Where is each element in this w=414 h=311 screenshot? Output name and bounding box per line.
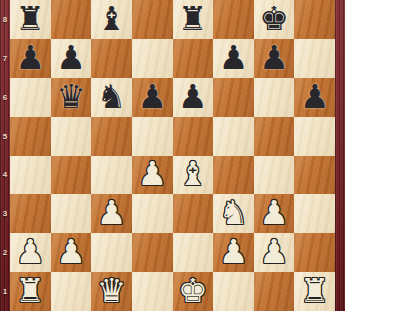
square-c6[interactable]: ♞ (91, 78, 132, 117)
white-rook[interactable]: ♜ (300, 274, 330, 307)
rank-label-4: 4 (0, 156, 10, 195)
square-h2[interactable] (294, 233, 335, 272)
white-pawn[interactable]: ♟ (137, 157, 167, 190)
rank-label-8: 8 (0, 0, 10, 39)
chess-app-canvas: 87654321 ♜♝♜♚♟♟♟♟♛♞♟♟♟♟♝♟♞♟♟♟♟♟♜♛♚♜ (0, 0, 414, 311)
square-e1[interactable]: ♚ (173, 272, 214, 311)
square-h5[interactable] (294, 117, 335, 156)
white-pawn[interactable]: ♟ (56, 235, 86, 268)
square-h8[interactable] (294, 0, 335, 39)
square-g2[interactable]: ♟ (254, 233, 295, 272)
black-pawn[interactable]: ♟ (300, 80, 330, 113)
square-f8[interactable] (213, 0, 254, 39)
square-b5[interactable] (51, 117, 92, 156)
white-knight[interactable]: ♞ (219, 196, 249, 229)
square-g3[interactable]: ♟ (254, 194, 295, 233)
square-f5[interactable] (213, 117, 254, 156)
square-c2[interactable] (91, 233, 132, 272)
black-bishop[interactable]: ♝ (97, 2, 127, 35)
white-rook[interactable]: ♜ (16, 274, 46, 307)
white-pawn[interactable]: ♟ (259, 235, 289, 268)
black-rook[interactable]: ♜ (178, 2, 208, 35)
square-b3[interactable] (51, 194, 92, 233)
square-b6[interactable]: ♛ (51, 78, 92, 117)
square-f3[interactable]: ♞ (213, 194, 254, 233)
black-pawn[interactable]: ♟ (16, 41, 46, 74)
chess-board: ♜♝♜♚♟♟♟♟♛♞♟♟♟♟♝♟♞♟♟♟♟♟♜♛♚♜ (10, 0, 335, 311)
square-b7[interactable]: ♟ (51, 39, 92, 78)
black-pawn[interactable]: ♟ (178, 80, 208, 113)
black-pawn[interactable]: ♟ (56, 41, 86, 74)
square-f6[interactable] (213, 78, 254, 117)
square-a6[interactable] (10, 78, 51, 117)
square-d6[interactable]: ♟ (132, 78, 173, 117)
rank-label-3: 3 (0, 194, 10, 233)
square-g1[interactable] (254, 272, 295, 311)
square-c8[interactable]: ♝ (91, 0, 132, 39)
square-b2[interactable]: ♟ (51, 233, 92, 272)
white-pawn[interactable]: ♟ (259, 196, 289, 229)
square-e7[interactable] (173, 39, 214, 78)
square-d4[interactable]: ♟ (132, 156, 173, 195)
square-d7[interactable] (132, 39, 173, 78)
black-queen[interactable]: ♛ (56, 80, 86, 113)
black-pawn[interactable]: ♟ (137, 80, 167, 113)
black-pawn[interactable]: ♟ (219, 41, 249, 74)
rank-label-6: 6 (0, 78, 10, 117)
white-pawn[interactable]: ♟ (16, 235, 46, 268)
black-pawn[interactable]: ♟ (259, 41, 289, 74)
square-b4[interactable] (51, 156, 92, 195)
square-c3[interactable]: ♟ (91, 194, 132, 233)
square-h1[interactable]: ♜ (294, 272, 335, 311)
square-e6[interactable]: ♟ (173, 78, 214, 117)
square-a3[interactable] (10, 194, 51, 233)
square-f4[interactable] (213, 156, 254, 195)
square-b8[interactable] (51, 0, 92, 39)
square-b1[interactable] (51, 272, 92, 311)
square-c7[interactable] (91, 39, 132, 78)
empty-side-panel (345, 0, 414, 311)
black-king[interactable]: ♚ (259, 2, 289, 35)
square-e5[interactable] (173, 117, 214, 156)
square-e4[interactable]: ♝ (173, 156, 214, 195)
square-a5[interactable] (10, 117, 51, 156)
square-g7[interactable]: ♟ (254, 39, 295, 78)
square-d8[interactable] (132, 0, 173, 39)
square-a8[interactable]: ♜ (10, 0, 51, 39)
square-h4[interactable] (294, 156, 335, 195)
rank-label-5: 5 (0, 117, 10, 156)
square-f1[interactable] (213, 272, 254, 311)
white-pawn[interactable]: ♟ (97, 196, 127, 229)
square-d2[interactable] (132, 233, 173, 272)
square-e3[interactable] (173, 194, 214, 233)
square-d1[interactable] (132, 272, 173, 311)
rank-label-1: 1 (0, 272, 10, 311)
square-d5[interactable] (132, 117, 173, 156)
square-f7[interactable]: ♟ (213, 39, 254, 78)
black-rook[interactable]: ♜ (16, 2, 46, 35)
square-h7[interactable] (294, 39, 335, 78)
square-c1[interactable]: ♛ (91, 272, 132, 311)
square-g8[interactable]: ♚ (254, 0, 295, 39)
white-queen[interactable]: ♛ (97, 274, 127, 307)
square-a7[interactable]: ♟ (10, 39, 51, 78)
board-right-frame (335, 0, 345, 311)
square-e2[interactable] (173, 233, 214, 272)
square-h6[interactable]: ♟ (294, 78, 335, 117)
white-bishop[interactable]: ♝ (178, 157, 208, 190)
white-pawn[interactable]: ♟ (219, 235, 249, 268)
rank-label-7: 7 (0, 39, 10, 78)
board-left-frame: 87654321 (0, 0, 10, 311)
square-h3[interactable] (294, 194, 335, 233)
square-e8[interactable]: ♜ (173, 0, 214, 39)
rank-label-2: 2 (0, 233, 10, 272)
square-c4[interactable] (91, 156, 132, 195)
square-g6[interactable] (254, 78, 295, 117)
square-g5[interactable] (254, 117, 295, 156)
square-a1[interactable]: ♜ (10, 272, 51, 311)
square-a4[interactable] (10, 156, 51, 195)
square-g4[interactable] (254, 156, 295, 195)
square-f2[interactable]: ♟ (213, 233, 254, 272)
square-a2[interactable]: ♟ (10, 233, 51, 272)
black-knight[interactable]: ♞ (97, 80, 127, 113)
square-c5[interactable] (91, 117, 132, 156)
square-d3[interactable] (132, 194, 173, 233)
white-king[interactable]: ♚ (178, 274, 208, 307)
